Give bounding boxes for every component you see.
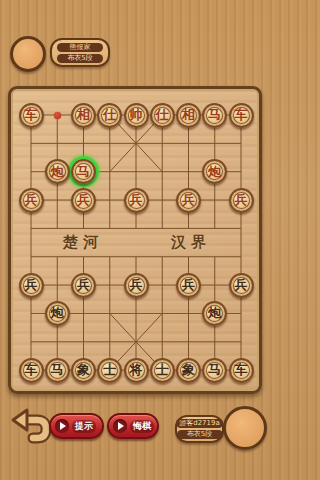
undo-button-label: 悔棋 bbox=[130, 420, 154, 433]
hint-button-label: 提示 bbox=[72, 420, 96, 433]
piece-black-elephant[interactable]: 象 bbox=[176, 358, 201, 383]
player-name-plate: 游客d2719a 布衣5段 bbox=[175, 415, 224, 443]
piece-red-chariot[interactable]: 车 bbox=[19, 103, 44, 128]
xiangqi-board[interactable]: 楚河 汉界 车相仕帅仕相马车炮马炮兵兵兵兵兵兵兵兵兵兵炮炮车马象士将士象马车 bbox=[8, 86, 262, 394]
back-button[interactable] bbox=[10, 407, 52, 445]
opponent-name: 熊报家 bbox=[57, 43, 103, 52]
piece-black-horse[interactable]: 马 bbox=[202, 358, 227, 383]
xiangqi-game-screen: { "game": "xiangqi", "position": { "fen"… bbox=[0, 0, 270, 480]
piece-black-elephant[interactable]: 象 bbox=[71, 358, 96, 383]
piece-red-pawn[interactable]: 兵 bbox=[124, 188, 149, 213]
river-label-right: 汉界 bbox=[171, 233, 211, 252]
play-triangle-icon bbox=[55, 419, 69, 433]
hint-button[interactable]: 提示 bbox=[49, 413, 104, 439]
opponent-name-plate: 熊报家 布衣5段 bbox=[50, 38, 110, 67]
opponent-rank: 布衣5段 bbox=[57, 54, 103, 63]
piece-black-pawn[interactable]: 兵 bbox=[124, 273, 149, 298]
river-label-left: 楚河 bbox=[63, 233, 103, 252]
player-avatar[interactable] bbox=[223, 406, 267, 450]
piece-red-cannon[interactable]: 炮 bbox=[45, 159, 70, 184]
play-triangle-icon bbox=[113, 419, 127, 433]
piece-red-advisor[interactable]: 仕 bbox=[97, 103, 122, 128]
piece-black-cannon[interactable]: 炮 bbox=[45, 301, 70, 326]
piece-black-advisor[interactable]: 士 bbox=[150, 358, 175, 383]
piece-red-pawn[interactable]: 兵 bbox=[229, 188, 254, 213]
piece-black-chariot[interactable]: 车 bbox=[229, 358, 254, 383]
piece-red-king[interactable]: 帅 bbox=[124, 103, 149, 128]
piece-black-advisor[interactable]: 士 bbox=[97, 358, 122, 383]
piece-red-chariot[interactable]: 车 bbox=[229, 103, 254, 128]
piece-red-advisor[interactable]: 仕 bbox=[150, 103, 175, 128]
piece-black-horse[interactable]: 马 bbox=[45, 358, 70, 383]
back-arrow-icon bbox=[13, 410, 46, 438]
piece-red-pawn[interactable]: 兵 bbox=[19, 188, 44, 213]
piece-black-pawn[interactable]: 兵 bbox=[19, 273, 44, 298]
piece-red-pawn[interactable]: 兵 bbox=[176, 188, 201, 213]
piece-red-horse[interactable]: 马 bbox=[202, 103, 227, 128]
opponent-avatar[interactable] bbox=[10, 36, 46, 72]
piece-red-elephant[interactable]: 相 bbox=[71, 103, 96, 128]
piece-black-general[interactable]: 将 bbox=[124, 358, 149, 383]
last-move-origin-dot bbox=[54, 112, 61, 119]
undo-button[interactable]: 悔棋 bbox=[107, 413, 159, 439]
piece-black-chariot[interactable]: 车 bbox=[19, 358, 44, 383]
piece-black-pawn[interactable]: 兵 bbox=[176, 273, 201, 298]
board-grid-lines bbox=[11, 89, 265, 397]
piece-red-elephant[interactable]: 相 bbox=[176, 103, 201, 128]
player-rank: 布衣5段 bbox=[177, 430, 223, 439]
piece-black-pawn[interactable]: 兵 bbox=[229, 273, 254, 298]
piece-black-pawn[interactable]: 兵 bbox=[71, 273, 96, 298]
piece-red-pawn[interactable]: 兵 bbox=[71, 188, 96, 213]
player-name: 游客d2719a bbox=[176, 419, 223, 428]
